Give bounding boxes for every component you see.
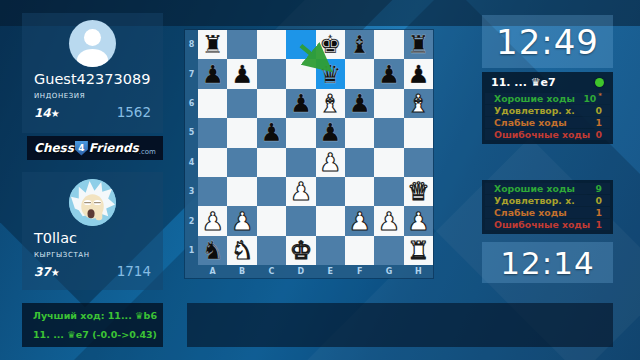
piece-black-pawn[interactable]: ♟	[316, 118, 345, 147]
piece-white-pawn[interactable]: ♟	[198, 206, 227, 235]
square-g1[interactable]	[374, 236, 403, 265]
stat-label: Удовлетвор. х.	[494, 105, 575, 116]
player-level: 14★	[34, 106, 60, 120]
star-icon: ★	[51, 108, 60, 119]
square-d4[interactable]	[286, 148, 315, 177]
square-b6[interactable]	[227, 89, 256, 118]
square-a6[interactable]	[198, 89, 227, 118]
logo-tld: .com	[139, 148, 156, 156]
stat-value: 0	[596, 195, 602, 206]
rank-label: 7	[185, 59, 198, 88]
played-move-line: 11. ... ♛e7 (-0.0->0.43)	[33, 329, 163, 340]
rank-label: 2	[185, 206, 198, 235]
square-h7[interactable]: ♟	[404, 59, 433, 88]
player-level: 37★	[34, 265, 60, 279]
piece-black-knight[interactable]: ♞	[198, 236, 227, 265]
square-a8[interactable]: ♜	[198, 30, 227, 59]
square-d3[interactable]: ♟	[286, 177, 315, 206]
square-e7[interactable]: ♛	[316, 59, 345, 88]
rank-label: 6	[185, 89, 198, 118]
square-d7[interactable]	[286, 59, 315, 88]
square-h3[interactable]: ♛	[404, 177, 433, 206]
piece-black-pawn[interactable]: ♟	[198, 59, 227, 88]
stat-label: Удовлетвор. х.	[494, 195, 575, 206]
stat-label: Ошибочные ходы	[494, 129, 590, 140]
square-a2[interactable]: ♟	[198, 206, 227, 235]
best-move-line: Лучший ход: 11... ♛b6	[33, 310, 163, 321]
last-move-label: 11. ... ♛e7	[491, 76, 556, 89]
square-f7[interactable]	[345, 59, 374, 88]
stat-value: 1	[596, 219, 602, 230]
square-c3[interactable]	[257, 177, 286, 206]
player-rating: 1714	[117, 263, 151, 279]
avatar[interactable]	[69, 179, 116, 226]
piece-black-pawn[interactable]: ♟	[345, 89, 374, 118]
square-c1[interactable]	[257, 236, 286, 265]
square-e4[interactable]: ♟	[316, 148, 345, 177]
analysis-panel-top: 11. ... ♛e7 Хорошие ходы10*Удовлетвор. х…	[482, 72, 613, 144]
bottom-strip-panel	[187, 303, 613, 347]
rank-label: 4	[185, 148, 198, 177]
piece-white-pawn[interactable]: ♟	[374, 206, 403, 235]
clock-bottom: 12:14	[482, 242, 613, 283]
square-g6[interactable]	[374, 89, 403, 118]
file-label: H	[404, 265, 433, 278]
square-b5[interactable]	[227, 118, 256, 147]
square-f5[interactable]	[345, 118, 374, 147]
square-c7[interactable]	[257, 59, 286, 88]
square-f2[interactable]: ♟	[345, 206, 374, 235]
file-label: F	[345, 265, 374, 278]
logo-text-right: Friends	[89, 141, 139, 155]
square-c8[interactable]	[257, 30, 286, 59]
rank-label: 3	[185, 177, 198, 206]
stat-value: 1	[596, 117, 602, 128]
piece-white-pawn[interactable]: ♟	[316, 148, 345, 177]
stat-row: Удовлетвор. х.0	[485, 105, 610, 116]
piece-black-pawn[interactable]: ♟	[227, 59, 256, 88]
file-label: B	[227, 265, 256, 278]
stat-row: Слабые ходы1	[485, 207, 610, 218]
square-c5[interactable]: ♟	[257, 118, 286, 147]
avatar[interactable]	[69, 20, 116, 67]
piece-white-pawn[interactable]: ♟	[345, 206, 374, 235]
player-name: Guest42373089	[34, 72, 163, 88]
stat-row: Слабые ходы1	[485, 117, 610, 128]
piece-black-rook[interactable]: ♜	[198, 30, 227, 59]
square-g4[interactable]	[374, 148, 403, 177]
logo-shield-icon: 4	[75, 141, 88, 156]
rank-label: 5	[185, 118, 198, 147]
stat-row: Хорошие ходы9	[485, 183, 610, 194]
square-h1[interactable]: ♜	[404, 236, 433, 265]
stat-label: Слабые ходы	[494, 207, 567, 218]
player-country: КЫРГЫЗСТАН	[34, 251, 163, 259]
stat-row: Ошибочные ходы0	[485, 129, 610, 140]
square-a1[interactable]: ♞	[198, 236, 227, 265]
piece-black-pawn[interactable]: ♟	[374, 59, 403, 88]
stat-row: Хорошие ходы10*	[485, 93, 610, 104]
piece-white-knight[interactable]: ♞	[227, 236, 256, 265]
stat-row: Удовлетвор. х.0	[485, 195, 610, 206]
file-label: D	[286, 265, 315, 278]
stat-row: Ошибочные ходы1	[485, 219, 610, 230]
rank-label: 8	[185, 30, 198, 59]
square-e3[interactable]	[316, 177, 345, 206]
square-d8[interactable]	[286, 30, 315, 59]
square-f4[interactable]	[345, 148, 374, 177]
square-d6[interactable]: ♟	[286, 89, 315, 118]
player-card-top: Guest42373089 ИНДОНЕЗИЯ 14★ 1562	[22, 13, 163, 133]
square-h4[interactable]	[404, 148, 433, 177]
piece-white-rook[interactable]: ♜	[404, 236, 433, 265]
stat-label: Ошибочные ходы	[494, 219, 590, 230]
stat-value: 9	[596, 183, 602, 194]
square-e5[interactable]: ♟	[316, 118, 345, 147]
piece-white-pawn[interactable]: ♟	[227, 206, 256, 235]
square-b4[interactable]	[227, 148, 256, 177]
square-e6[interactable]: ♝	[316, 89, 345, 118]
player-name: T0llac	[34, 231, 163, 247]
file-label: A	[198, 265, 227, 278]
player-card-bottom: T0llac КЫРГЫЗСТАН 37★ 1714	[22, 172, 163, 290]
piece-white-pawn[interactable]: ♟	[404, 206, 433, 235]
piece-black-pawn[interactable]: ♟	[257, 118, 286, 147]
square-g7[interactable]: ♟	[374, 59, 403, 88]
square-d1[interactable]: ♚	[286, 236, 315, 265]
best-move-panel: Лучший ход: 11... ♛b6 11. ... ♛e7 (-0.0-…	[22, 303, 163, 347]
square-f8[interactable]: ♝	[345, 30, 374, 59]
piece-black-queen[interactable]: ♛	[316, 59, 345, 88]
clock-top: 12:49	[482, 15, 613, 68]
square-a7[interactable]: ♟	[198, 59, 227, 88]
square-b2[interactable]: ♟	[227, 206, 256, 235]
square-c6[interactable]	[257, 89, 286, 118]
stat-label: Слабые ходы	[494, 117, 567, 128]
stat-label: Хорошие ходы	[494, 183, 575, 194]
square-h6[interactable]: ♝	[404, 89, 433, 118]
stat-value: 0	[596, 129, 602, 140]
square-b3[interactable]	[227, 177, 256, 206]
square-b7[interactable]: ♟	[227, 59, 256, 88]
square-g2[interactable]: ♟	[374, 206, 403, 235]
stat-value: 1	[596, 207, 602, 218]
square-f6[interactable]: ♟	[345, 89, 374, 118]
piece-black-pawn[interactable]: ♟	[404, 59, 433, 88]
piece-white-queen[interactable]: ♛	[404, 177, 433, 206]
piece-white-king[interactable]: ♚	[286, 236, 315, 265]
piece-white-bishop[interactable]: ♝	[316, 89, 345, 118]
file-label: E	[316, 265, 345, 278]
board-corner	[185, 265, 198, 278]
square-g8[interactable]	[374, 30, 403, 59]
square-f1[interactable]	[345, 236, 374, 265]
logo-text-left: Chess	[34, 141, 74, 155]
file-label: C	[257, 265, 286, 278]
app: Guest42373089 ИНДОНЕЗИЯ 14★ 1562 Chess 4…	[0, 0, 640, 360]
cartoon-avatar-image	[69, 179, 116, 226]
square-h5[interactable]	[404, 118, 433, 147]
square-a3[interactable]	[198, 177, 227, 206]
avatar-silhouette-head	[84, 29, 101, 46]
stat-value: 0	[596, 105, 602, 116]
square-d2[interactable]	[286, 206, 315, 235]
piece-black-rook[interactable]: ♜	[404, 30, 433, 59]
piece-black-pawn[interactable]: ♟	[286, 89, 315, 118]
piece-white-pawn[interactable]: ♟	[286, 177, 315, 206]
star-icon: ★	[51, 267, 60, 278]
square-a5[interactable]	[198, 118, 227, 147]
avatar-silhouette-bust	[77, 49, 108, 67]
square-a4[interactable]	[198, 148, 227, 177]
square-d5[interactable]	[286, 118, 315, 147]
chess-board: 8♜♚♝♜7♟♟♛♟♟6♟♝♟♝5♟♟4♟3♟♛2♟♟♟♟♟1♞♞♚♜ABCDE…	[185, 30, 433, 278]
piece-black-bishop[interactable]: ♝	[345, 30, 374, 59]
square-g3[interactable]	[374, 177, 403, 206]
square-e2[interactable]	[316, 206, 345, 235]
square-b1[interactable]: ♞	[227, 236, 256, 265]
rank-label: 1	[185, 236, 198, 265]
status-dot	[595, 78, 604, 87]
piece-white-bishop[interactable]: ♝	[404, 89, 433, 118]
square-c2[interactable]	[257, 206, 286, 235]
logo-banner: Chess 4 Friends .com	[27, 136, 163, 160]
square-f3[interactable]	[345, 177, 374, 206]
analysis-panel-bottom: Хорошие ходы9Удовлетвор. х.0Слабые ходы1…	[482, 180, 613, 234]
square-g5[interactable]	[374, 118, 403, 147]
stat-value: 10*	[583, 92, 602, 104]
square-e8[interactable]: ♚	[316, 30, 345, 59]
square-h2[interactable]: ♟	[404, 206, 433, 235]
square-e1[interactable]	[316, 236, 345, 265]
file-label: G	[374, 265, 403, 278]
player-country: ИНДОНЕЗИЯ	[34, 92, 163, 100]
square-b8[interactable]	[227, 30, 256, 59]
stat-label: Хорошие ходы	[494, 93, 575, 104]
square-c4[interactable]	[257, 148, 286, 177]
piece-black-king[interactable]: ♚	[316, 30, 345, 59]
player-rating: 1562	[117, 104, 151, 120]
square-h8[interactable]: ♜	[404, 30, 433, 59]
